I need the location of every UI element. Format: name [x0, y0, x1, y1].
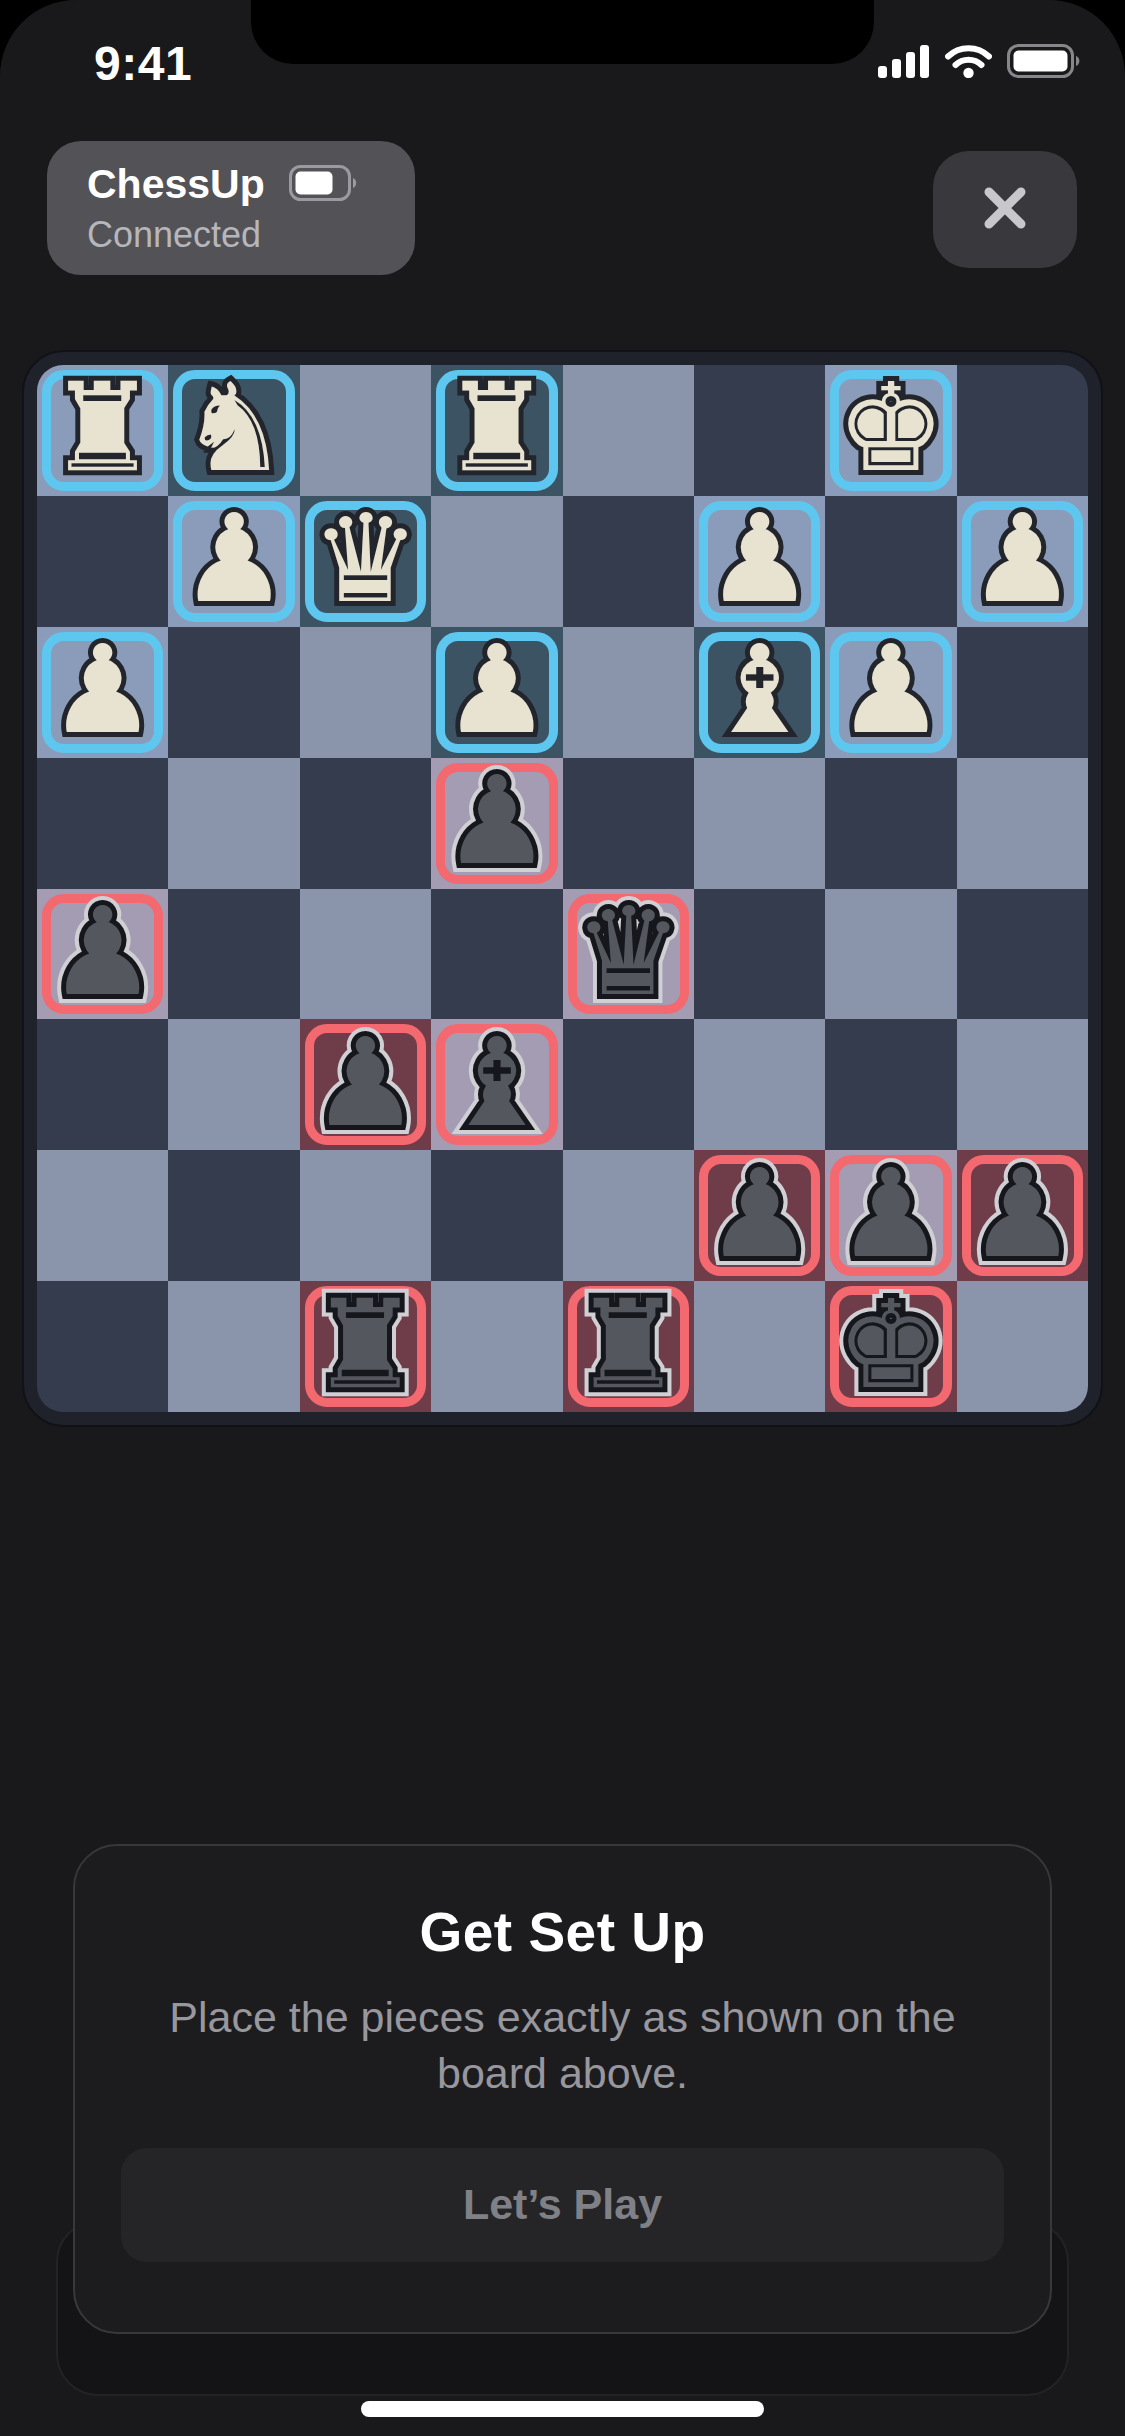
square-c2: ♟♟: [694, 496, 825, 627]
highlight-blue: [436, 632, 557, 753]
highlight-blue: [173, 501, 294, 622]
highlight-red: [830, 1155, 951, 1276]
card-body: Place the pieces exactly as shown on the…: [148, 1990, 978, 2102]
square-h7: [37, 1150, 168, 1281]
square-b5: [825, 889, 956, 1020]
lets-play-button[interactable]: Let’s Play: [121, 2148, 1004, 2262]
square-c5: [694, 889, 825, 1020]
square-c4: [694, 758, 825, 889]
square-e8: [431, 1281, 562, 1412]
highlight-red: [305, 1286, 426, 1407]
square-b1: ♚♚: [825, 365, 956, 496]
square-g4: [168, 758, 299, 889]
highlight-red: [436, 1024, 557, 1145]
wifi-icon: [945, 44, 992, 82]
highlight-blue: [42, 632, 163, 753]
chessup-setup-screen: 9:41 ChessUp Connected ♜♜♞♞♜♜♚♚♟♟♛♛♟: [0, 0, 1125, 2436]
square-f7: [300, 1150, 431, 1281]
cellular-signal-icon: [878, 45, 930, 82]
square-h8: [37, 1281, 168, 1412]
square-c1: [694, 365, 825, 496]
square-d4: [563, 758, 694, 889]
square-c6: [694, 1019, 825, 1150]
square-b2: [825, 496, 956, 627]
square-a4: [957, 758, 1088, 889]
square-d5: ♛♛♛: [563, 889, 694, 1020]
square-f1: [300, 365, 431, 496]
square-f5: [300, 889, 431, 1020]
square-g2: ♟♟: [168, 496, 299, 627]
square-e3: ♟♟: [431, 627, 562, 758]
chess-board: ♜♜♞♞♜♜♚♚♟♟♛♛♟♟♟♟♟♟♟♟♝♝♟♟♟♟♟♟♟♟♛♛♛♟♟♟♝♝♝♟…: [22, 350, 1103, 1427]
square-h1: ♜♜: [37, 365, 168, 496]
status-bar: 9:41: [0, 30, 1125, 96]
board-grid: ♜♜♞♞♜♜♚♚♟♟♛♛♟♟♟♟♟♟♟♟♝♝♟♟♟♟♟♟♟♟♛♛♛♟♟♟♝♝♝♟…: [37, 365, 1088, 1412]
square-f8: ♜♜♜: [300, 1281, 431, 1412]
highlight-red: [568, 894, 689, 1015]
square-d1: [563, 365, 694, 496]
square-g6: [168, 1019, 299, 1150]
highlight-red: [42, 894, 163, 1015]
card-title: Get Set Up: [75, 1900, 1050, 1964]
highlight-red: [436, 763, 557, 884]
square-d6: [563, 1019, 694, 1150]
square-f6: ♟♟♟: [300, 1019, 431, 1150]
square-a1: [957, 365, 1088, 496]
square-e5: [431, 889, 562, 1020]
square-b7: ♟♟♟: [825, 1150, 956, 1281]
square-e1: ♜♜: [431, 365, 562, 496]
square-a6: [957, 1019, 1088, 1150]
highlight-red: [568, 1286, 689, 1407]
square-f4: [300, 758, 431, 889]
close-icon: [976, 179, 1034, 240]
home-indicator[interactable]: [361, 2401, 764, 2417]
highlight-blue: [42, 370, 163, 491]
highlight-red: [962, 1155, 1083, 1276]
square-a5: [957, 889, 1088, 1020]
highlight-blue: [305, 501, 426, 622]
square-d8: ♜♜♜: [563, 1281, 694, 1412]
square-f2: ♛♛: [300, 496, 431, 627]
device-battery-icon: [289, 165, 359, 204]
square-c8: [694, 1281, 825, 1412]
device-name: ChessUp: [87, 161, 265, 208]
square-a3: [957, 627, 1088, 758]
square-a7: ♟♟♟: [957, 1150, 1088, 1281]
square-d7: [563, 1150, 694, 1281]
highlight-red: [305, 1024, 426, 1145]
square-b4: [825, 758, 956, 889]
setup-card: Get Set Up Place the pieces exactly as s…: [73, 1844, 1052, 2334]
square-g8: [168, 1281, 299, 1412]
square-h3: ♟♟: [37, 627, 168, 758]
square-e4: ♟♟♟: [431, 758, 562, 889]
battery-icon: [1007, 44, 1081, 82]
square-g7: [168, 1150, 299, 1281]
highlight-blue: [436, 370, 557, 491]
highlight-blue: [699, 632, 820, 753]
device-status-pill[interactable]: ChessUp Connected: [47, 141, 415, 275]
square-h2: [37, 496, 168, 627]
close-button[interactable]: [933, 151, 1077, 268]
square-g5: [168, 889, 299, 1020]
square-d2: [563, 496, 694, 627]
square-h6: [37, 1019, 168, 1150]
square-a8: [957, 1281, 1088, 1412]
square-e6: ♝♝♝: [431, 1019, 562, 1150]
square-g3: [168, 627, 299, 758]
square-f3: [300, 627, 431, 758]
square-e7: [431, 1150, 562, 1281]
highlight-blue: [962, 501, 1083, 622]
square-c3: ♝♝: [694, 627, 825, 758]
connection-status: Connected: [87, 214, 409, 256]
square-g1: ♞♞: [168, 365, 299, 496]
square-b6: [825, 1019, 956, 1150]
highlight-blue: [173, 370, 294, 491]
highlight-red: [830, 1286, 951, 1407]
square-c7: ♟♟♟: [694, 1150, 825, 1281]
status-icons: [878, 44, 1081, 82]
highlight-blue: [830, 370, 951, 491]
status-time: 9:41: [94, 36, 192, 91]
highlight-blue: [699, 501, 820, 622]
square-h5: ♟♟♟: [37, 889, 168, 1020]
highlight-blue: [830, 632, 951, 753]
square-b3: ♟♟: [825, 627, 956, 758]
square-h4: [37, 758, 168, 889]
square-e2: [431, 496, 562, 627]
highlight-red: [699, 1155, 820, 1276]
square-d3: [563, 627, 694, 758]
square-a2: ♟♟: [957, 496, 1088, 627]
square-b8: ♚♚♚: [825, 1281, 956, 1412]
